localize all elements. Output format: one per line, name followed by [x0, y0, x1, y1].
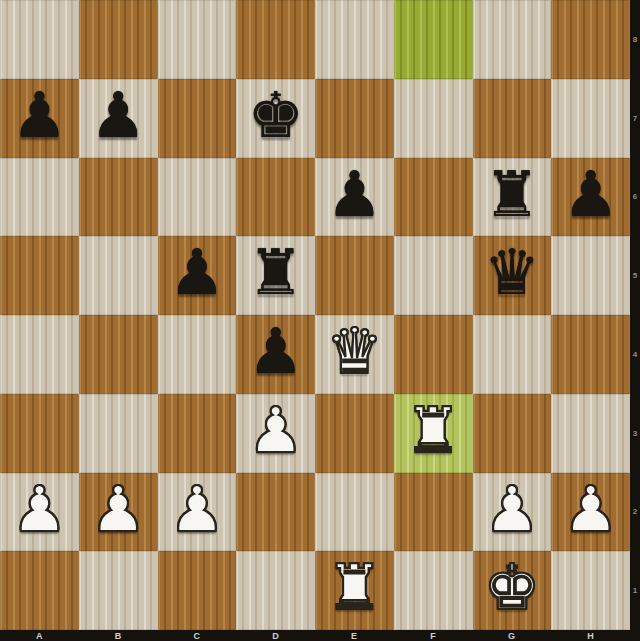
file-coordinates: ABCDEFGH [0, 630, 640, 641]
square-h1[interactable] [551, 551, 630, 630]
rank-label-1: 1 [630, 551, 640, 630]
rank-coordinates: 87654321 [630, 0, 640, 641]
square-f8[interactable] [394, 0, 473, 79]
square-f7[interactable] [394, 79, 473, 158]
square-c2[interactable]: ♟ [158, 473, 237, 552]
square-e8[interactable] [315, 0, 394, 79]
piece-white-pawn[interactable]: ♟ [551, 471, 630, 550]
piece-white-king[interactable]: ♚ [473, 549, 552, 628]
piece-black-rook[interactable]: ♜ [473, 156, 552, 235]
square-a5[interactable] [0, 236, 79, 315]
square-h3[interactable] [551, 394, 630, 473]
square-c3[interactable] [158, 394, 237, 473]
square-b7[interactable]: ♟ [79, 79, 158, 158]
square-d3[interactable]: ♟ [236, 394, 315, 473]
square-a3[interactable] [0, 394, 79, 473]
square-b4[interactable] [79, 315, 158, 394]
square-c8[interactable] [158, 0, 237, 79]
square-e5[interactable] [315, 236, 394, 315]
square-c5[interactable]: ♟ [158, 236, 237, 315]
chess-board: ♟♟♚♟♜♟♟♜♛♟♛♟♜♟♟♟♟♟♜♚ [0, 0, 630, 630]
square-d5[interactable]: ♜ [236, 236, 315, 315]
piece-white-pawn[interactable]: ♟ [0, 471, 79, 550]
file-label-c: C [158, 630, 237, 641]
piece-white-rook[interactable]: ♜ [394, 392, 473, 471]
rank-label-2: 2 [630, 473, 640, 552]
square-b5[interactable] [79, 236, 158, 315]
square-g3[interactable] [473, 394, 552, 473]
square-c1[interactable] [158, 551, 237, 630]
piece-black-rook[interactable]: ♜ [236, 234, 315, 313]
square-e1[interactable]: ♜ [315, 551, 394, 630]
rank-label-4: 4 [630, 315, 640, 394]
square-h7[interactable] [551, 79, 630, 158]
square-e6[interactable]: ♟ [315, 158, 394, 237]
square-a4[interactable] [0, 315, 79, 394]
piece-black-pawn[interactable]: ♟ [158, 234, 237, 313]
piece-black-pawn[interactable]: ♟ [0, 77, 79, 156]
square-c4[interactable] [158, 315, 237, 394]
square-g8[interactable] [473, 0, 552, 79]
square-g7[interactable] [473, 79, 552, 158]
square-d2[interactable] [236, 473, 315, 552]
file-label-b: B [79, 630, 158, 641]
square-f4[interactable] [394, 315, 473, 394]
square-d6[interactable] [236, 158, 315, 237]
square-e7[interactable] [315, 79, 394, 158]
square-h5[interactable] [551, 236, 630, 315]
square-h8[interactable] [551, 0, 630, 79]
piece-white-queen[interactable]: ♛ [315, 313, 394, 392]
square-g6[interactable]: ♜ [473, 158, 552, 237]
square-f1[interactable] [394, 551, 473, 630]
file-label-h: H [551, 630, 630, 641]
square-h4[interactable] [551, 315, 630, 394]
file-label-e: E [315, 630, 394, 641]
piece-black-pawn[interactable]: ♟ [315, 156, 394, 235]
piece-black-king[interactable]: ♚ [236, 77, 315, 156]
rank-label-5: 5 [630, 236, 640, 315]
rank-label-7: 7 [630, 79, 640, 158]
square-c7[interactable] [158, 79, 237, 158]
square-e4[interactable]: ♛ [315, 315, 394, 394]
piece-white-pawn[interactable]: ♟ [79, 471, 158, 550]
square-a2[interactable]: ♟ [0, 473, 79, 552]
square-b6[interactable] [79, 158, 158, 237]
file-label-a: A [0, 630, 79, 641]
square-h2[interactable]: ♟ [551, 473, 630, 552]
square-g5[interactable]: ♛ [473, 236, 552, 315]
square-e2[interactable] [315, 473, 394, 552]
square-b2[interactable]: ♟ [79, 473, 158, 552]
square-g2[interactable]: ♟ [473, 473, 552, 552]
piece-black-pawn[interactable]: ♟ [551, 156, 630, 235]
piece-white-pawn[interactable]: ♟ [236, 392, 315, 471]
square-f5[interactable] [394, 236, 473, 315]
square-e3[interactable] [315, 394, 394, 473]
piece-black-queen[interactable]: ♛ [473, 234, 552, 313]
piece-white-pawn[interactable]: ♟ [473, 471, 552, 550]
rank-label-6: 6 [630, 158, 640, 237]
square-b3[interactable] [79, 394, 158, 473]
file-label-g: G [473, 630, 552, 641]
piece-white-pawn[interactable]: ♟ [158, 471, 237, 550]
square-d4[interactable]: ♟ [236, 315, 315, 394]
square-d7[interactable]: ♚ [236, 79, 315, 158]
chess-app: ♟♟♚♟♜♟♟♜♛♟♛♟♜♟♟♟♟♟♜♚ 87654321 ABCDEFGH [0, 0, 640, 641]
square-a7[interactable]: ♟ [0, 79, 79, 158]
file-label-d: D [236, 630, 315, 641]
square-f2[interactable] [394, 473, 473, 552]
square-g4[interactable] [473, 315, 552, 394]
piece-black-pawn[interactable]: ♟ [236, 313, 315, 392]
square-d1[interactable] [236, 551, 315, 630]
square-a1[interactable] [0, 551, 79, 630]
square-b8[interactable] [79, 0, 158, 79]
rank-label-3: 3 [630, 394, 640, 473]
square-h6[interactable]: ♟ [551, 158, 630, 237]
square-a8[interactable] [0, 0, 79, 79]
square-g1[interactable]: ♚ [473, 551, 552, 630]
file-label-f: F [394, 630, 473, 641]
rank-label-8: 8 [630, 0, 640, 79]
square-f3[interactable]: ♜ [394, 394, 473, 473]
piece-black-pawn[interactable]: ♟ [79, 77, 158, 156]
piece-white-rook[interactable]: ♜ [315, 549, 394, 628]
square-a6[interactable] [0, 158, 79, 237]
square-f6[interactable] [394, 158, 473, 237]
square-b1[interactable] [79, 551, 158, 630]
square-d8[interactable] [236, 0, 315, 79]
square-c6[interactable] [158, 158, 237, 237]
